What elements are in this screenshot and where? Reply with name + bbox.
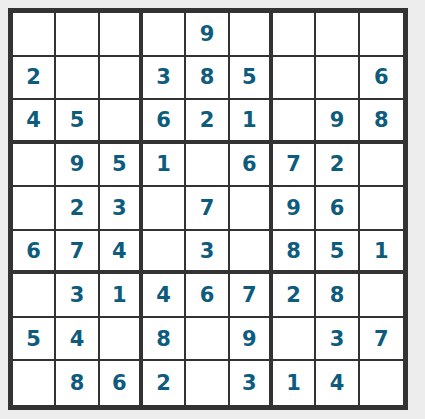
sudoku-cell-r3c3[interactable] xyxy=(100,100,143,144)
sudoku-cell-r2c2[interactable] xyxy=(56,57,99,101)
sudoku-given-r4c6[interactable]: 6 xyxy=(230,144,273,188)
sudoku-given-r4c4[interactable]: 1 xyxy=(143,144,186,188)
sudoku-given-r3c9[interactable]: 8 xyxy=(360,100,403,144)
sudoku-cell-r8c3[interactable] xyxy=(100,318,143,362)
sudoku-given-r7c7[interactable]: 2 xyxy=(273,274,316,318)
sudoku-given-r4c3[interactable]: 5 xyxy=(100,144,143,188)
sudoku-cell-r1c2[interactable] xyxy=(56,13,99,57)
sudoku-cell-r8c5[interactable] xyxy=(186,318,229,362)
sudoku-given-r3c5[interactable]: 2 xyxy=(186,100,229,144)
sudoku-given-r9c6[interactable]: 3 xyxy=(230,361,273,405)
sudoku-cell-r5c6[interactable] xyxy=(230,187,273,231)
sudoku-cell-r9c5[interactable] xyxy=(186,361,229,405)
sudoku-cell-r6c6[interactable] xyxy=(230,231,273,275)
sudoku-given-r4c7[interactable]: 7 xyxy=(273,144,316,188)
sudoku-cell-r5c1[interactable] xyxy=(13,187,56,231)
sudoku-cell-r7c1[interactable] xyxy=(13,274,56,318)
sudoku-given-r9c7[interactable]: 1 xyxy=(273,361,316,405)
sudoku-given-r2c4[interactable]: 3 xyxy=(143,57,186,101)
sudoku-cell-r5c4[interactable] xyxy=(143,187,186,231)
sudoku-given-r9c8[interactable]: 4 xyxy=(316,361,359,405)
sudoku-given-r5c8[interactable]: 6 xyxy=(316,187,359,231)
sudoku-given-r7c3[interactable]: 1 xyxy=(100,274,143,318)
sudoku-cell-r1c1[interactable] xyxy=(13,13,56,57)
sudoku-cell-r4c9[interactable] xyxy=(360,144,403,188)
sudoku-given-r3c6[interactable]: 1 xyxy=(230,100,273,144)
sudoku-cell-r9c1[interactable] xyxy=(13,361,56,405)
sudoku-cell-r1c8[interactable] xyxy=(316,13,359,57)
sudoku-page: 9238564562198951672237966743851314672854… xyxy=(0,0,425,410)
sudoku-given-r5c2[interactable]: 2 xyxy=(56,187,99,231)
sudoku-cell-r1c7[interactable] xyxy=(273,13,316,57)
sudoku-given-r2c6[interactable]: 5 xyxy=(230,57,273,101)
sudoku-given-r8c8[interactable]: 3 xyxy=(316,318,359,362)
sudoku-cell-r1c4[interactable] xyxy=(143,13,186,57)
sudoku-given-r3c8[interactable]: 9 xyxy=(316,100,359,144)
sudoku-cell-r1c6[interactable] xyxy=(230,13,273,57)
sudoku-given-r8c1[interactable]: 5 xyxy=(13,318,56,362)
sudoku-given-r8c6[interactable]: 9 xyxy=(230,318,273,362)
sudoku-cell-r9c9[interactable] xyxy=(360,361,403,405)
sudoku-cell-r6c4[interactable] xyxy=(143,231,186,275)
sudoku-cell-r4c5[interactable] xyxy=(186,144,229,188)
sudoku-given-r1c5[interactable]: 9 xyxy=(186,13,229,57)
sudoku-given-r6c5[interactable]: 3 xyxy=(186,231,229,275)
sudoku-given-r7c4[interactable]: 4 xyxy=(143,274,186,318)
sudoku-cell-r2c7[interactable] xyxy=(273,57,316,101)
sudoku-given-r8c4[interactable]: 8 xyxy=(143,318,186,362)
sudoku-cell-r1c9[interactable] xyxy=(360,13,403,57)
sudoku-given-r9c3[interactable]: 6 xyxy=(100,361,143,405)
sudoku-given-r3c2[interactable]: 5 xyxy=(56,100,99,144)
sudoku-given-r3c4[interactable]: 6 xyxy=(143,100,186,144)
sudoku-given-r4c2[interactable]: 9 xyxy=(56,144,99,188)
sudoku-cell-r8c7[interactable] xyxy=(273,318,316,362)
sudoku-given-r5c7[interactable]: 9 xyxy=(273,187,316,231)
sudoku-cell-r5c9[interactable] xyxy=(360,187,403,231)
sudoku-cell-r3c7[interactable] xyxy=(273,100,316,144)
sudoku-given-r2c1[interactable]: 2 xyxy=(13,57,56,101)
sudoku-given-r5c5[interactable]: 7 xyxy=(186,187,229,231)
sudoku-given-r2c5[interactable]: 8 xyxy=(186,57,229,101)
sudoku-given-r9c4[interactable]: 2 xyxy=(143,361,186,405)
sudoku-given-r6c3[interactable]: 4 xyxy=(100,231,143,275)
sudoku-given-r2c9[interactable]: 6 xyxy=(360,57,403,101)
sudoku-given-r9c2[interactable]: 8 xyxy=(56,361,99,405)
sudoku-given-r6c1[interactable]: 6 xyxy=(13,231,56,275)
sudoku-given-r6c7[interactable]: 8 xyxy=(273,231,316,275)
sudoku-board: 9238564562198951672237966743851314672854… xyxy=(8,8,408,410)
sudoku-given-r8c9[interactable]: 7 xyxy=(360,318,403,362)
sudoku-given-r6c9[interactable]: 1 xyxy=(360,231,403,275)
sudoku-given-r7c5[interactable]: 6 xyxy=(186,274,229,318)
sudoku-cell-r2c8[interactable] xyxy=(316,57,359,101)
sudoku-given-r7c6[interactable]: 7 xyxy=(230,274,273,318)
sudoku-given-r6c8[interactable]: 5 xyxy=(316,231,359,275)
sudoku-given-r7c2[interactable]: 3 xyxy=(56,274,99,318)
sudoku-cell-r7c9[interactable] xyxy=(360,274,403,318)
sudoku-given-r6c2[interactable]: 7 xyxy=(56,231,99,275)
sudoku-cell-r1c3[interactable] xyxy=(100,13,143,57)
sudoku-given-r5c3[interactable]: 3 xyxy=(100,187,143,231)
sudoku-given-r8c2[interactable]: 4 xyxy=(56,318,99,362)
sudoku-given-r3c1[interactable]: 4 xyxy=(13,100,56,144)
sudoku-given-r7c8[interactable]: 8 xyxy=(316,274,359,318)
sudoku-given-r4c8[interactable]: 2 xyxy=(316,144,359,188)
sudoku-cell-r4c1[interactable] xyxy=(13,144,56,188)
sudoku-cell-r2c3[interactable] xyxy=(100,57,143,101)
